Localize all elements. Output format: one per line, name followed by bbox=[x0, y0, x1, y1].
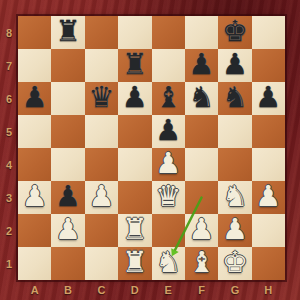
black-pawn-b3[interactable]: ♟ bbox=[55, 182, 81, 211]
file-label-A: A bbox=[18, 280, 51, 300]
square-c1[interactable] bbox=[85, 247, 118, 280]
square-a6[interactable]: ♟ bbox=[18, 82, 51, 115]
black-pawn-g7[interactable]: ♟ bbox=[222, 50, 248, 79]
rank-label-3: 3 bbox=[0, 181, 18, 214]
square-h6[interactable]: ♟ bbox=[252, 82, 285, 115]
square-a2[interactable] bbox=[18, 214, 51, 247]
square-d7[interactable]: ♜ bbox=[118, 49, 151, 82]
chess-board-frame: 87654321 ABCDEFGH ♜♚♜♟♟♟♛♟♝♞♞♟♟♟♟♟♟♛♞♟♟♜… bbox=[0, 0, 300, 300]
white-pawn-b2[interactable]: ♟ bbox=[55, 215, 81, 244]
square-g8[interactable]: ♚ bbox=[218, 16, 251, 49]
square-a1[interactable] bbox=[18, 247, 51, 280]
file-label-D: D bbox=[118, 280, 151, 300]
square-a4[interactable] bbox=[18, 148, 51, 181]
rank-label-7: 7 bbox=[0, 49, 18, 82]
square-b1[interactable] bbox=[51, 247, 84, 280]
square-d3[interactable] bbox=[118, 181, 151, 214]
black-pawn-e5[interactable]: ♟ bbox=[155, 116, 181, 145]
square-e5[interactable]: ♟ bbox=[152, 115, 185, 148]
square-f1[interactable]: ♝ bbox=[185, 247, 218, 280]
file-label-B: B bbox=[51, 280, 84, 300]
white-pawn-e4[interactable]: ♟ bbox=[155, 149, 181, 178]
rank-label-8: 8 bbox=[0, 16, 18, 49]
square-f4[interactable] bbox=[185, 148, 218, 181]
black-queen-c6[interactable]: ♛ bbox=[88, 83, 114, 112]
square-c2[interactable] bbox=[85, 214, 118, 247]
square-g3[interactable]: ♞ bbox=[218, 181, 251, 214]
square-e3[interactable]: ♛ bbox=[152, 181, 185, 214]
file-label-F: F bbox=[185, 280, 218, 300]
square-b5[interactable] bbox=[51, 115, 84, 148]
square-d6[interactable]: ♟ bbox=[118, 82, 151, 115]
square-c3[interactable]: ♟ bbox=[85, 181, 118, 214]
file-label-E: E bbox=[152, 280, 185, 300]
square-c8[interactable] bbox=[85, 16, 118, 49]
square-b3[interactable]: ♟ bbox=[51, 181, 84, 214]
square-c6[interactable]: ♛ bbox=[85, 82, 118, 115]
square-h1[interactable] bbox=[252, 247, 285, 280]
file-label-C: C bbox=[85, 280, 118, 300]
chess-board[interactable]: ♜♚♜♟♟♟♛♟♝♞♞♟♟♟♟♟♟♛♞♟♟♜♟♟♜♞♝♚ bbox=[18, 16, 285, 280]
square-c4[interactable] bbox=[85, 148, 118, 181]
square-d5[interactable] bbox=[118, 115, 151, 148]
rank-label-4: 4 bbox=[0, 148, 18, 181]
square-c7[interactable] bbox=[85, 49, 118, 82]
white-rook-d2[interactable]: ♜ bbox=[122, 215, 148, 244]
black-knight-g6[interactable]: ♞ bbox=[222, 83, 248, 112]
square-h4[interactable] bbox=[252, 148, 285, 181]
square-g6[interactable]: ♞ bbox=[218, 82, 251, 115]
square-b6[interactable] bbox=[51, 82, 84, 115]
square-h3[interactable]: ♟ bbox=[252, 181, 285, 214]
black-bishop-e6[interactable]: ♝ bbox=[155, 83, 181, 112]
white-pawn-a3[interactable]: ♟ bbox=[22, 182, 48, 211]
square-g5[interactable] bbox=[218, 115, 251, 148]
white-pawn-h3[interactable]: ♟ bbox=[255, 182, 281, 211]
square-f7[interactable]: ♟ bbox=[185, 49, 218, 82]
white-bishop-f1[interactable]: ♝ bbox=[189, 248, 215, 277]
white-king-g1[interactable]: ♚ bbox=[222, 248, 248, 277]
white-queen-e3[interactable]: ♛ bbox=[155, 182, 181, 211]
square-b8[interactable]: ♜ bbox=[51, 16, 84, 49]
square-e4[interactable]: ♟ bbox=[152, 148, 185, 181]
square-d4[interactable] bbox=[118, 148, 151, 181]
white-pawn-c3[interactable]: ♟ bbox=[88, 182, 114, 211]
square-g4[interactable] bbox=[218, 148, 251, 181]
square-h8[interactable] bbox=[252, 16, 285, 49]
white-pawn-f2[interactable]: ♟ bbox=[189, 215, 215, 244]
square-g1[interactable]: ♚ bbox=[218, 247, 251, 280]
rank-labels: 87654321 bbox=[0, 16, 18, 280]
square-f2[interactable]: ♟ bbox=[185, 214, 218, 247]
square-h2[interactable] bbox=[252, 214, 285, 247]
black-pawn-d6[interactable]: ♟ bbox=[122, 83, 148, 112]
black-rook-d7[interactable]: ♜ bbox=[122, 50, 148, 79]
white-knight-e1[interactable]: ♞ bbox=[155, 248, 181, 277]
square-a5[interactable] bbox=[18, 115, 51, 148]
black-pawn-a6[interactable]: ♟ bbox=[22, 83, 48, 112]
black-rook-b8[interactable]: ♜ bbox=[55, 17, 81, 46]
square-a3[interactable]: ♟ bbox=[18, 181, 51, 214]
rank-label-1: 1 bbox=[0, 247, 18, 280]
square-f6[interactable]: ♞ bbox=[185, 82, 218, 115]
square-f8[interactable] bbox=[185, 16, 218, 49]
file-labels: ABCDEFGH bbox=[18, 280, 285, 300]
square-a7[interactable] bbox=[18, 49, 51, 82]
file-label-H: H bbox=[252, 280, 285, 300]
black-pawn-h6[interactable]: ♟ bbox=[255, 83, 281, 112]
square-b2[interactable]: ♟ bbox=[51, 214, 84, 247]
square-d2[interactable]: ♜ bbox=[118, 214, 151, 247]
black-pawn-f7[interactable]: ♟ bbox=[189, 50, 215, 79]
square-h7[interactable] bbox=[252, 49, 285, 82]
file-label-G: G bbox=[218, 280, 251, 300]
rank-label-6: 6 bbox=[0, 82, 18, 115]
square-b7[interactable] bbox=[51, 49, 84, 82]
square-e6[interactable]: ♝ bbox=[152, 82, 185, 115]
square-f5[interactable] bbox=[185, 115, 218, 148]
square-e2[interactable] bbox=[152, 214, 185, 247]
white-pawn-g2[interactable]: ♟ bbox=[222, 215, 248, 244]
square-g7[interactable]: ♟ bbox=[218, 49, 251, 82]
square-d8[interactable] bbox=[118, 16, 151, 49]
square-b4[interactable] bbox=[51, 148, 84, 181]
black-king-g8[interactable]: ♚ bbox=[222, 17, 248, 46]
square-g2[interactable]: ♟ bbox=[218, 214, 251, 247]
square-c5[interactable] bbox=[85, 115, 118, 148]
square-f3[interactable] bbox=[185, 181, 218, 214]
square-d1[interactable]: ♜ bbox=[118, 247, 151, 280]
rank-label-2: 2 bbox=[0, 214, 18, 247]
rank-label-5: 5 bbox=[0, 115, 18, 148]
white-knight-g3[interactable]: ♞ bbox=[222, 182, 248, 211]
square-a8[interactable] bbox=[18, 16, 51, 49]
white-rook-d1[interactable]: ♜ bbox=[122, 248, 148, 277]
square-e1[interactable]: ♞ bbox=[152, 247, 185, 280]
square-e8[interactable] bbox=[152, 16, 185, 49]
square-e7[interactable] bbox=[152, 49, 185, 82]
black-knight-f6[interactable]: ♞ bbox=[189, 83, 215, 112]
square-h5[interactable] bbox=[252, 115, 285, 148]
